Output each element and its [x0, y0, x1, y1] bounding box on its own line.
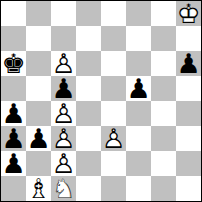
square-d8[interactable] — [76, 1, 101, 26]
square-c8[interactable] — [51, 1, 76, 26]
square-h6[interactable]: ♟ — [176, 51, 201, 76]
square-b3[interactable]: ♟ — [26, 126, 51, 151]
square-g6[interactable] — [151, 51, 176, 76]
square-h5[interactable] — [176, 76, 201, 101]
square-f5[interactable]: ♟ — [126, 76, 151, 101]
black-pawn-piece: ♟ — [126, 76, 150, 101]
square-g2[interactable] — [151, 151, 176, 176]
square-b5[interactable] — [26, 76, 51, 101]
black-pawn-piece: ♟ — [1, 151, 25, 176]
square-g7[interactable] — [151, 26, 176, 51]
square-e7[interactable] — [101, 26, 126, 51]
square-e6[interactable] — [101, 51, 126, 76]
square-h1[interactable] — [176, 176, 201, 201]
white-bishop-piece: ♝♗ — [26, 176, 50, 201]
black-pawn-piece: ♟ — [176, 51, 200, 76]
square-h3[interactable] — [176, 126, 201, 151]
square-d3[interactable] — [76, 126, 101, 151]
square-h4[interactable] — [176, 101, 201, 126]
square-g5[interactable] — [151, 76, 176, 101]
square-b6[interactable] — [26, 51, 51, 76]
square-a8[interactable] — [1, 1, 26, 26]
square-c6[interactable]: ♟♙ — [51, 51, 76, 76]
square-a1[interactable] — [1, 176, 26, 201]
square-e3[interactable]: ♟♙ — [101, 126, 126, 151]
square-d1[interactable] — [76, 176, 101, 201]
square-b7[interactable] — [26, 26, 51, 51]
square-a2[interactable]: ♟ — [1, 151, 26, 176]
square-h2[interactable] — [176, 151, 201, 176]
square-e1[interactable] — [101, 176, 126, 201]
square-g1[interactable] — [151, 176, 176, 201]
square-d7[interactable] — [76, 26, 101, 51]
chessboard: ♚♔♚♟♙♟♟♟♟♟♙♟♟♟♙♟♙♟♟♙♝♗♞♘ — [0, 0, 202, 202]
chess-diagram: ♚♔♚♟♙♟♟♟♟♟♙♟♟♟♙♟♙♟♟♙♝♗♞♘ — [0, 0, 202, 202]
square-e8[interactable] — [101, 1, 126, 26]
square-d2[interactable] — [76, 151, 101, 176]
square-f2[interactable] — [126, 151, 151, 176]
square-f3[interactable] — [126, 126, 151, 151]
white-pawn-piece: ♟♙ — [101, 126, 125, 151]
square-g4[interactable] — [151, 101, 176, 126]
square-f8[interactable] — [126, 1, 151, 26]
square-f1[interactable] — [126, 176, 151, 201]
square-g3[interactable] — [151, 126, 176, 151]
white-knight-piece: ♞♘ — [51, 176, 75, 201]
square-d5[interactable] — [76, 76, 101, 101]
square-b8[interactable] — [26, 1, 51, 26]
square-h8[interactable]: ♚♔ — [176, 1, 201, 26]
square-f4[interactable] — [126, 101, 151, 126]
black-king-piece: ♚ — [1, 51, 25, 76]
black-pawn-piece: ♟ — [26, 126, 50, 151]
square-c1[interactable]: ♞♘ — [51, 176, 76, 201]
square-f7[interactable] — [126, 26, 151, 51]
white-pawn-piece: ♟♙ — [51, 51, 75, 76]
square-e5[interactable] — [101, 76, 126, 101]
square-d6[interactable] — [76, 51, 101, 76]
square-g8[interactable] — [151, 1, 176, 26]
square-e2[interactable] — [101, 151, 126, 176]
square-a6[interactable]: ♚ — [1, 51, 26, 76]
square-b1[interactable]: ♝♗ — [26, 176, 51, 201]
square-d4[interactable] — [76, 101, 101, 126]
white-king-piece: ♚♔ — [176, 1, 200, 26]
